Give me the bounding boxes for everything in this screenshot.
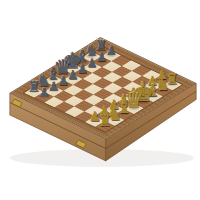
piece-black-pawn[interactable]: ♟ [96,51,107,63]
piece-black-pawn[interactable]: ♟ [77,63,88,75]
piece-black-pawn[interactable]: ♟ [106,46,117,58]
piece-black-pawn[interactable]: ♟ [67,69,78,81]
pieces-layer: ♜♞♝♛♚♝♞♜♟♟♟♟♟♟♟♟♟♟♟♟♟♟♟♟♜♞♝♛♚♝♞♜ [0,0,200,200]
piece-black-pawn[interactable]: ♟ [87,57,98,69]
chess-set-product-photo: ♜♞♝♛♚♝♞♜♟♟♟♟♟♟♟♟♟♟♟♟♟♟♟♟♜♞♝♛♚♝♞♜ [0,0,200,200]
piece-white-rook[interactable]: ♜ [98,113,112,129]
piece-black-pawn[interactable]: ♟ [38,86,50,99]
